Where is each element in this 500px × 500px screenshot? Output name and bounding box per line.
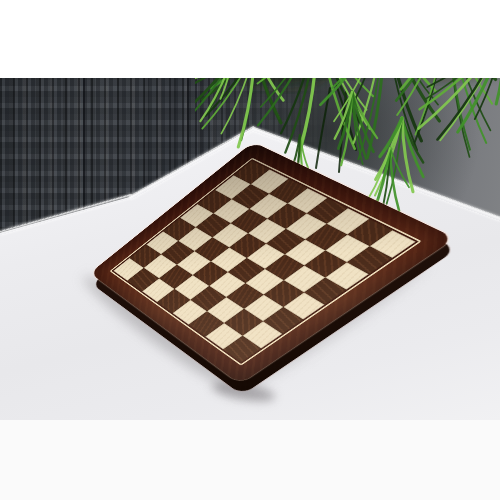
wall-seam xyxy=(83,78,85,210)
backdrop-band-top xyxy=(0,0,500,78)
backdrop-band-bottom xyxy=(0,420,500,500)
wall-seam xyxy=(187,78,189,165)
scene xyxy=(0,0,500,500)
